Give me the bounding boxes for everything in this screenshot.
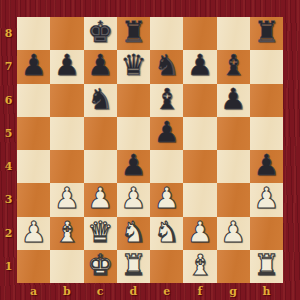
square-b1[interactable] <box>50 250 83 283</box>
square-e4[interactable] <box>150 150 183 183</box>
rank-label-6: 6 <box>0 84 17 117</box>
square-c1[interactable]: ♚ <box>84 250 117 283</box>
square-h2[interactable] <box>250 217 283 250</box>
square-d5[interactable] <box>117 117 150 150</box>
square-c8[interactable]: ♚ <box>84 17 117 50</box>
square-h7[interactable] <box>250 50 283 83</box>
square-d2[interactable]: ♞ <box>117 217 150 250</box>
piece-black-pawn[interactable]: ♟ <box>253 151 279 180</box>
piece-black-bishop[interactable]: ♝ <box>154 85 180 114</box>
square-e1[interactable] <box>150 250 183 283</box>
file-label-c: c <box>84 283 117 300</box>
square-a7[interactable]: ♟ <box>17 50 50 83</box>
square-d1[interactable]: ♜ <box>117 250 150 283</box>
file-label-a: a <box>17 283 50 300</box>
square-c6[interactable]: ♞ <box>84 84 117 117</box>
piece-white-bishop[interactable]: ♝ <box>54 218 80 247</box>
square-a4[interactable] <box>17 150 50 183</box>
square-b4[interactable] <box>50 150 83 183</box>
piece-white-pawn[interactable]: ♟ <box>253 184 279 213</box>
piece-black-rook[interactable]: ♜ <box>120 18 146 47</box>
square-f1[interactable]: ♝ <box>183 250 216 283</box>
square-f3[interactable] <box>183 183 216 216</box>
rank-label-8: 8 <box>0 17 17 50</box>
square-a2[interactable]: ♟ <box>17 217 50 250</box>
square-c7[interactable]: ♟ <box>84 50 117 83</box>
square-c5[interactable] <box>84 117 117 150</box>
piece-black-pawn[interactable]: ♟ <box>54 51 80 80</box>
file-label-d: d <box>117 283 150 300</box>
piece-white-knight[interactable]: ♞ <box>154 218 180 247</box>
square-f4[interactable] <box>183 150 216 183</box>
square-a6[interactable] <box>17 84 50 117</box>
file-labels: a b c d e f g h <box>17 283 283 300</box>
square-h4[interactable]: ♟ <box>250 150 283 183</box>
file-label-f: f <box>183 283 216 300</box>
square-c3[interactable]: ♟ <box>84 183 117 216</box>
piece-black-bishop[interactable]: ♝ <box>220 51 246 80</box>
piece-black-pawn[interactable]: ♟ <box>21 51 47 80</box>
piece-white-pawn[interactable]: ♟ <box>187 218 213 247</box>
square-d7[interactable]: ♛ <box>117 50 150 83</box>
square-d3[interactable]: ♟ <box>117 183 150 216</box>
square-g7[interactable]: ♝ <box>217 50 250 83</box>
piece-black-pawn[interactable]: ♟ <box>220 85 246 114</box>
rank-label-7: 7 <box>0 50 17 83</box>
chess-board: ♚♜♜♟♟♟♛♞♟♝♞♝♟♟♟♟♟♟♟♟♟♟♝♛♞♞♟♟♚♜♝♜ <box>17 17 283 283</box>
square-d8[interactable]: ♜ <box>117 17 150 50</box>
piece-black-pawn[interactable]: ♟ <box>187 51 213 80</box>
file-label-h: h <box>250 283 283 300</box>
square-e3[interactable]: ♟ <box>150 183 183 216</box>
square-f7[interactable]: ♟ <box>183 50 216 83</box>
rank-label-2: 2 <box>0 217 17 250</box>
square-e2[interactable]: ♞ <box>150 217 183 250</box>
board-frame: 8 7 6 5 4 3 2 1 ♚♜♜♟♟♟♛♞♟♝♞♝♟♟♟♟♟♟♟♟♟♟♝♛… <box>0 0 300 300</box>
square-h3[interactable]: ♟ <box>250 183 283 216</box>
piece-white-pawn[interactable]: ♟ <box>120 184 146 213</box>
square-b5[interactable] <box>50 117 83 150</box>
square-g3[interactable] <box>217 183 250 216</box>
piece-black-pawn[interactable]: ♟ <box>87 51 113 80</box>
piece-black-pawn[interactable]: ♟ <box>120 151 146 180</box>
file-label-e: e <box>150 283 183 300</box>
square-h8[interactable]: ♜ <box>250 17 283 50</box>
square-b7[interactable]: ♟ <box>50 50 83 83</box>
square-d6[interactable] <box>117 84 150 117</box>
piece-black-knight[interactable]: ♞ <box>87 85 113 114</box>
piece-black-rook[interactable]: ♜ <box>253 18 279 47</box>
square-f5[interactable] <box>183 117 216 150</box>
square-c4[interactable] <box>84 150 117 183</box>
square-e7[interactable]: ♞ <box>150 50 183 83</box>
square-a5[interactable] <box>17 117 50 150</box>
square-e6[interactable]: ♝ <box>150 84 183 117</box>
rank-label-5: 5 <box>0 117 17 150</box>
square-h5[interactable] <box>250 117 283 150</box>
square-e5[interactable]: ♟ <box>150 117 183 150</box>
piece-black-pawn[interactable]: ♟ <box>154 118 180 147</box>
square-g5[interactable] <box>217 117 250 150</box>
square-g1[interactable] <box>217 250 250 283</box>
square-f6[interactable] <box>183 84 216 117</box>
square-c2[interactable]: ♛ <box>84 217 117 250</box>
square-b3[interactable]: ♟ <box>50 183 83 216</box>
piece-white-pawn[interactable]: ♟ <box>54 184 80 213</box>
rank-label-4: 4 <box>0 150 17 183</box>
square-b8[interactable] <box>50 17 83 50</box>
rank-label-1: 1 <box>0 250 17 283</box>
square-d4[interactable]: ♟ <box>117 150 150 183</box>
square-h1[interactable]: ♜ <box>250 250 283 283</box>
square-g8[interactable] <box>217 17 250 50</box>
piece-white-pawn[interactable]: ♟ <box>87 184 113 213</box>
piece-white-rook[interactable]: ♜ <box>120 251 146 280</box>
square-g2[interactable]: ♟ <box>217 217 250 250</box>
square-a3[interactable] <box>17 183 50 216</box>
square-b2[interactable]: ♝ <box>50 217 83 250</box>
piece-white-king[interactable]: ♚ <box>87 251 113 280</box>
file-label-g: g <box>217 283 250 300</box>
square-f8[interactable] <box>183 17 216 50</box>
piece-white-pawn[interactable]: ♟ <box>220 218 246 247</box>
piece-white-pawn[interactable]: ♟ <box>21 218 47 247</box>
square-e8[interactable] <box>150 17 183 50</box>
piece-white-pawn[interactable]: ♟ <box>154 184 180 213</box>
square-g6[interactable]: ♟ <box>217 84 250 117</box>
piece-white-rook[interactable]: ♜ <box>253 251 279 280</box>
rank-labels: 8 7 6 5 4 3 2 1 <box>0 17 17 283</box>
square-g4[interactable] <box>217 150 250 183</box>
piece-black-queen[interactable]: ♛ <box>120 51 146 80</box>
square-f2[interactable]: ♟ <box>183 217 216 250</box>
square-a1[interactable] <box>17 250 50 283</box>
square-h6[interactable] <box>250 84 283 117</box>
square-b6[interactable] <box>50 84 83 117</box>
piece-black-king[interactable]: ♚ <box>87 18 113 47</box>
piece-white-bishop[interactable]: ♝ <box>187 251 213 280</box>
piece-white-knight[interactable]: ♞ <box>120 218 146 247</box>
piece-black-knight[interactable]: ♞ <box>154 51 180 80</box>
piece-white-queen[interactable]: ♛ <box>87 218 113 247</box>
rank-label-3: 3 <box>0 183 17 216</box>
square-a8[interactable] <box>17 17 50 50</box>
file-label-b: b <box>50 283 83 300</box>
